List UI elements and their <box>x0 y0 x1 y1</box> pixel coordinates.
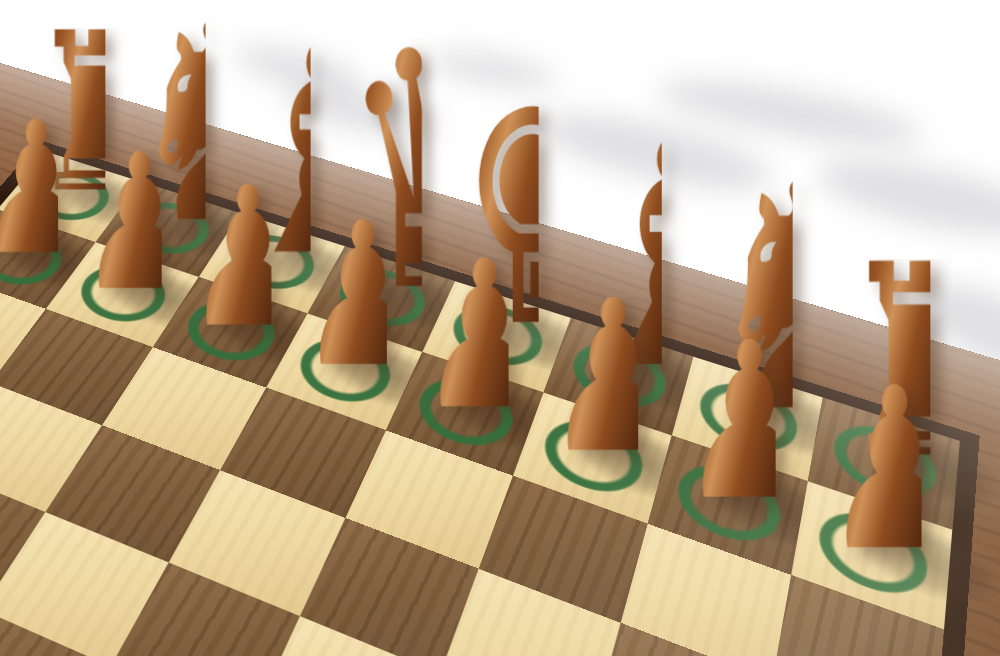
chessboard: ♜♞♝♛♚♝♞♜♟♟♟♟♟♟♟♟ <box>0 62 1000 656</box>
pawn-e7[interactable]: ♟ <box>418 257 508 416</box>
board-squares: ♜♞♝♛♚♝♞♜♟♟♟♟♟♟♟♟ <box>0 152 960 656</box>
chess-set-photo: ♜♞♝♛♚♝♞♜♟♟♟♟♟♟♟♟ <box>0 0 1000 656</box>
pawn-a7[interactable]: ♟ <box>0 118 58 261</box>
pawn-f7[interactable]: ♟ <box>545 297 638 461</box>
pawn-g7[interactable]: ♟ <box>680 339 776 508</box>
pawn-b7[interactable]: ♟ <box>79 150 162 297</box>
pawn-h7[interactable]: ♟ <box>823 384 922 558</box>
pawn-c7[interactable]: ♟ <box>186 184 272 335</box>
pawn-d7[interactable]: ♟ <box>299 219 387 374</box>
